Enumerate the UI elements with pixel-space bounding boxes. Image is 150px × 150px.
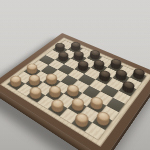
dark-checker-h6[interactable] — [120, 85, 134, 95]
photo-scene — [0, 0, 150, 150]
light-checker-a1[interactable] — [9, 79, 23, 89]
light-checker-d2[interactable] — [47, 89, 62, 100]
dark-checker-d6[interactable] — [76, 64, 89, 73]
light-checker-e3[interactable] — [66, 88, 81, 99]
dark-checker-f6[interactable] — [97, 74, 111, 83]
light-checker-h2[interactable] — [94, 115, 110, 128]
scene-3d-stage — [0, 0, 150, 150]
dark-checker-h8[interactable] — [131, 72, 144, 81]
dark-checker-b6[interactable] — [56, 55, 69, 63]
light-checker-f2[interactable] — [69, 101, 85, 113]
light-checker-g3[interactable] — [89, 100, 104, 112]
